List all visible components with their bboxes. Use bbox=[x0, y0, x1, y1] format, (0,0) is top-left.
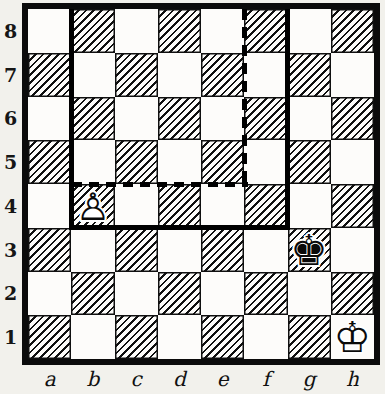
square-h8[interactable] bbox=[331, 9, 374, 53]
square-h1[interactable]: ♔ bbox=[331, 315, 374, 359]
square-d4[interactable] bbox=[158, 184, 201, 228]
square-a1[interactable] bbox=[28, 315, 71, 359]
square-e3[interactable] bbox=[201, 228, 244, 272]
file-label-h: h bbox=[331, 365, 374, 392]
square-d8[interactable] bbox=[158, 9, 201, 53]
square-c3[interactable] bbox=[115, 228, 158, 272]
square-h4[interactable] bbox=[331, 184, 374, 228]
square-a3[interactable] bbox=[28, 228, 71, 272]
square-g4[interactable] bbox=[288, 184, 331, 228]
square-h2[interactable] bbox=[331, 272, 374, 316]
file-label-a: a bbox=[28, 365, 71, 392]
square-d3[interactable] bbox=[158, 228, 201, 272]
rank-label-7: 7 bbox=[0, 53, 21, 97]
square-b7[interactable] bbox=[71, 53, 114, 97]
square-a6[interactable] bbox=[28, 97, 71, 141]
white-pawn[interactable]: ♙ bbox=[71, 185, 114, 229]
square-b6[interactable] bbox=[71, 97, 114, 141]
square-a7[interactable] bbox=[28, 53, 71, 97]
file-label-f: f bbox=[244, 365, 287, 392]
chess-diagram: 87654321 ♟♙♚♔ abcdefgh bbox=[0, 0, 385, 394]
square-d6[interactable] bbox=[158, 97, 201, 141]
white-king[interactable]: ♔ bbox=[331, 316, 374, 360]
file-label-c: c bbox=[115, 365, 158, 392]
square-g7[interactable] bbox=[288, 53, 331, 97]
square-c6[interactable] bbox=[115, 97, 158, 141]
square-b8[interactable] bbox=[71, 9, 114, 53]
black-king[interactable]: ♚ bbox=[288, 229, 331, 273]
file-label-b: b bbox=[71, 365, 114, 392]
rank-label-5: 5 bbox=[0, 140, 21, 184]
square-c7[interactable] bbox=[115, 53, 158, 97]
square-e2[interactable] bbox=[201, 272, 244, 316]
square-f1[interactable] bbox=[244, 315, 287, 359]
square-f4[interactable] bbox=[244, 184, 287, 228]
square-g1[interactable] bbox=[288, 315, 331, 359]
square-f5[interactable] bbox=[244, 140, 287, 184]
square-e1[interactable] bbox=[201, 315, 244, 359]
square-b2[interactable] bbox=[71, 272, 114, 316]
square-f8[interactable] bbox=[244, 9, 287, 53]
chessboard: ♟♙♚♔ bbox=[22, 3, 380, 365]
square-e4[interactable] bbox=[201, 184, 244, 228]
square-a5[interactable] bbox=[28, 140, 71, 184]
square-a2[interactable] bbox=[28, 272, 71, 316]
rank-labels: 87654321 bbox=[0, 9, 21, 359]
rank-label-4: 4 bbox=[0, 184, 21, 228]
file-label-g: g bbox=[288, 365, 331, 392]
square-h7[interactable] bbox=[331, 53, 374, 97]
square-a4[interactable] bbox=[28, 184, 71, 228]
file-label-d: d bbox=[158, 365, 201, 392]
square-d2[interactable] bbox=[158, 272, 201, 316]
square-g2[interactable] bbox=[288, 272, 331, 316]
file-label-e: e bbox=[201, 365, 244, 392]
square-e6[interactable] bbox=[201, 97, 244, 141]
rank-label-3: 3 bbox=[0, 228, 21, 272]
square-c2[interactable] bbox=[115, 272, 158, 316]
square-f2[interactable] bbox=[244, 272, 287, 316]
square-h3[interactable] bbox=[331, 228, 374, 272]
square-c4[interactable] bbox=[115, 184, 158, 228]
square-e7[interactable] bbox=[201, 53, 244, 97]
square-h5[interactable] bbox=[331, 140, 374, 184]
square-b5[interactable] bbox=[71, 140, 114, 184]
square-c5[interactable] bbox=[115, 140, 158, 184]
square-f7[interactable] bbox=[244, 53, 287, 97]
square-b4[interactable]: ♟♙ bbox=[71, 184, 114, 228]
square-g5[interactable] bbox=[288, 140, 331, 184]
square-g3[interactable]: ♚ bbox=[288, 228, 331, 272]
square-d7[interactable] bbox=[158, 53, 201, 97]
board-grid: ♟♙♚♔ bbox=[28, 9, 374, 359]
square-g6[interactable] bbox=[288, 97, 331, 141]
square-f3[interactable] bbox=[244, 228, 287, 272]
square-h6[interactable] bbox=[331, 97, 374, 141]
square-b3[interactable] bbox=[71, 228, 114, 272]
square-d1[interactable] bbox=[158, 315, 201, 359]
file-labels: abcdefgh bbox=[28, 365, 374, 392]
square-e5[interactable] bbox=[201, 140, 244, 184]
square-d5[interactable] bbox=[158, 140, 201, 184]
square-g8[interactable] bbox=[288, 9, 331, 53]
rank-label-1: 1 bbox=[0, 315, 21, 359]
square-a8[interactable] bbox=[28, 9, 71, 53]
square-c1[interactable] bbox=[115, 315, 158, 359]
rank-label-8: 8 bbox=[0, 9, 21, 53]
rank-label-6: 6 bbox=[0, 97, 21, 141]
square-c8[interactable] bbox=[115, 9, 158, 53]
rank-label-2: 2 bbox=[0, 272, 21, 316]
square-b1[interactable] bbox=[71, 315, 114, 359]
square-e8[interactable] bbox=[201, 9, 244, 53]
square-f6[interactable] bbox=[244, 97, 287, 141]
